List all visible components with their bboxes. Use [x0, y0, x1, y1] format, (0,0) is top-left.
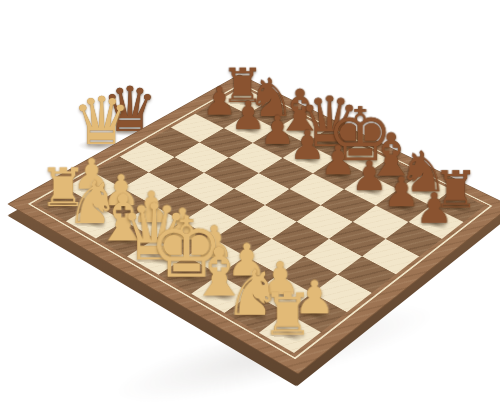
black-pawn-h7[interactable]: ♟ — [415, 188, 453, 230]
square-h1[interactable]: ♜ — [259, 313, 321, 353]
chess-set-photo: ♛ ♛ ♜♞♝♛♚♝♞♜♟♟♟♟♟♟♟♟♟♟♟♟♟♟♟♟♜♞♝♛♚♝♞♜ — [0, 0, 500, 416]
white-rook-h1[interactable]: ♜ — [262, 286, 314, 344]
board-scene: ♜♞♝♛♚♝♞♜♟♟♟♟♟♟♟♟♟♟♟♟♟♟♟♟♜♞♝♛♚♝♞♜ — [67, 7, 463, 403]
board-squares: ♜♞♝♛♚♝♞♜♟♟♟♟♟♟♟♟♟♟♟♟♟♟♟♟♜♞♝♛♚♝♞♜ — [36, 87, 484, 353]
